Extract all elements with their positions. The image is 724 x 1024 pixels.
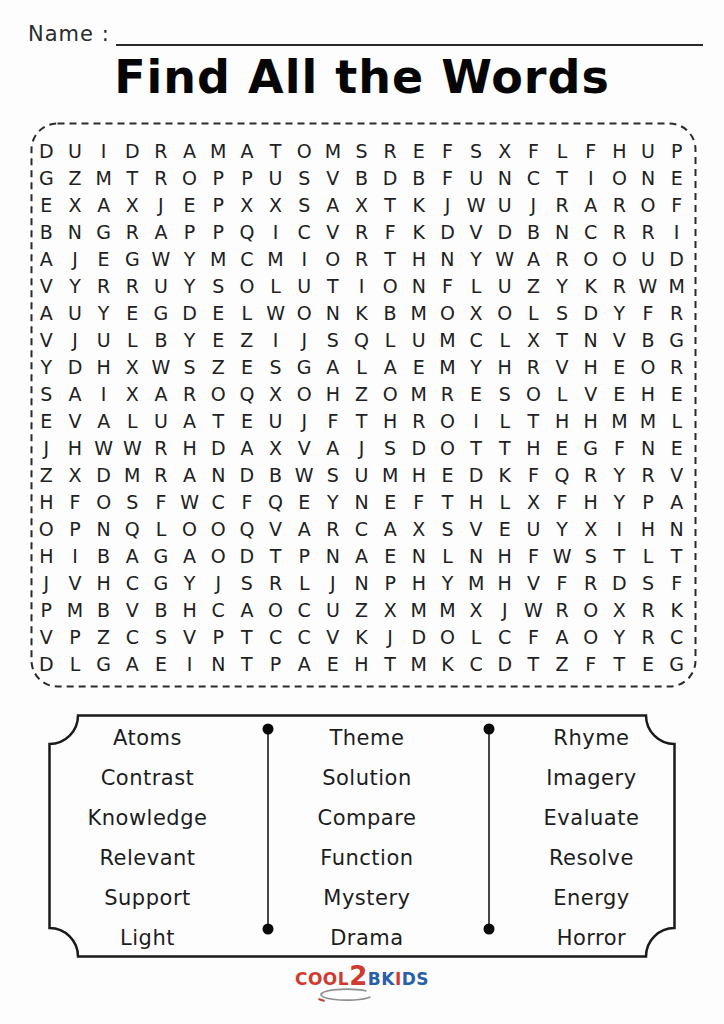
grid-cell-r17c16[interactable]: M — [462, 570, 491, 597]
grid-cell-r19c21[interactable]: Y — [605, 624, 634, 651]
grid-cell-r4c13[interactable]: F — [376, 219, 405, 246]
grid-cell-r14c13[interactable]: E — [376, 489, 405, 516]
grid-cell-r10c17[interactable]: S — [490, 381, 519, 408]
grid-cell-r2c19[interactable]: T — [548, 165, 577, 192]
grid-cell-r11c9[interactable]: U — [261, 408, 290, 435]
grid-cell-r17c2[interactable]: V — [61, 570, 90, 597]
grid-cell-r18c18[interactable]: W — [519, 597, 548, 624]
grid-cell-r7c3[interactable]: Y — [89, 300, 118, 327]
grid-cell-r17c3[interactable]: H — [89, 570, 118, 597]
grid-cell-r15c23[interactable]: N — [662, 516, 691, 543]
grid-cell-r18c3[interactable]: B — [89, 597, 118, 624]
grid-cell-r12c7[interactable]: D — [204, 435, 233, 462]
grid-cell-r9c20[interactable]: H — [576, 354, 605, 381]
grid-cell-r6c21[interactable]: R — [605, 273, 634, 300]
grid-cell-r3c15[interactable]: J — [433, 192, 462, 219]
grid-cell-r11c23[interactable]: L — [662, 408, 691, 435]
grid-cell-r18c16[interactable]: X — [462, 597, 491, 624]
grid-cell-r9c5[interactable]: W — [147, 354, 176, 381]
grid-cell-r13c13[interactable]: M — [376, 462, 405, 489]
grid-cell-r1c5[interactable]: R — [147, 138, 176, 165]
grid-cell-r5c10[interactable]: I — [290, 246, 319, 273]
grid-cell-r7c4[interactable]: E — [118, 300, 147, 327]
grid-cell-r10c8[interactable]: Q — [233, 381, 262, 408]
grid-cell-r14c3[interactable]: O — [89, 489, 118, 516]
grid-cell-r10c21[interactable]: E — [605, 381, 634, 408]
grid-cell-r18c9[interactable]: O — [261, 597, 290, 624]
grid-cell-r6c3[interactable]: R — [89, 273, 118, 300]
grid-cell-r15c2[interactable]: P — [61, 516, 90, 543]
grid-cell-r3c13[interactable]: T — [376, 192, 405, 219]
grid-cell-r7c14[interactable]: M — [404, 300, 433, 327]
grid-cell-r19c20[interactable]: O — [576, 624, 605, 651]
grid-cell-r16c13[interactable]: E — [376, 543, 405, 570]
grid-cell-r13c11[interactable]: S — [319, 462, 348, 489]
grid-cell-r17c12[interactable]: N — [347, 570, 376, 597]
grid-cell-r16c7[interactable]: O — [204, 543, 233, 570]
grid-cell-r12c8[interactable]: A — [233, 435, 262, 462]
grid-cell-r16c15[interactable]: L — [433, 543, 462, 570]
grid-cell-r5c2[interactable]: J — [61, 246, 90, 273]
grid-cell-r2c10[interactable]: S — [290, 165, 319, 192]
grid-cell-r20c2[interactable]: L — [61, 651, 90, 678]
grid-cell-r17c18[interactable]: V — [519, 570, 548, 597]
grid-cell-r5c4[interactable]: G — [118, 246, 147, 273]
grid-cell-r3c1[interactable]: E — [32, 192, 61, 219]
grid-cell-r10c7[interactable]: O — [204, 381, 233, 408]
grid-cell-r2c17[interactable]: N — [490, 165, 519, 192]
grid-cell-r8c17[interactable]: L — [490, 327, 519, 354]
grid-cell-r11c11[interactable]: F — [319, 408, 348, 435]
grid-cell-r12c6[interactable]: H — [175, 435, 204, 462]
grid-cell-r2c3[interactable]: M — [89, 165, 118, 192]
grid-cell-r3c11[interactable]: A — [319, 192, 348, 219]
grid-cell-r11c3[interactable]: A — [89, 408, 118, 435]
grid-cell-r1c1[interactable]: D — [32, 138, 61, 165]
grid-cell-r10c20[interactable]: V — [576, 381, 605, 408]
grid-cell-r13c16[interactable]: D — [462, 462, 491, 489]
grid-cell-r14c17[interactable]: L — [490, 489, 519, 516]
grid-cell-r11c19[interactable]: H — [548, 408, 577, 435]
grid-cell-r19c11[interactable]: V — [319, 624, 348, 651]
grid-cell-r2c23[interactable]: E — [662, 165, 691, 192]
grid-cell-r6c18[interactable]: Z — [519, 273, 548, 300]
grid-cell-r17c1[interactable]: J — [32, 570, 61, 597]
grid-cell-r6c23[interactable]: M — [662, 273, 691, 300]
grid-cell-r9c7[interactable]: Z — [204, 354, 233, 381]
grid-cell-r3c4[interactable]: X — [118, 192, 147, 219]
grid-cell-r17c9[interactable]: R — [261, 570, 290, 597]
grid-cell-r6c11[interactable]: T — [319, 273, 348, 300]
grid-cell-r6c6[interactable]: Y — [175, 273, 204, 300]
grid-cell-r9c6[interactable]: S — [175, 354, 204, 381]
grid-cell-r17c21[interactable]: D — [605, 570, 634, 597]
grid-cell-r15c12[interactable]: C — [347, 516, 376, 543]
grid-cell-r14c19[interactable]: F — [548, 489, 577, 516]
grid-cell-r3c12[interactable]: X — [347, 192, 376, 219]
grid-cell-r5c8[interactable]: C — [233, 246, 262, 273]
grid-cell-r19c6[interactable]: V — [175, 624, 204, 651]
grid-cell-r8c15[interactable]: M — [433, 327, 462, 354]
grid-cell-r15c11[interactable]: R — [319, 516, 348, 543]
grid-cell-r18c11[interactable]: U — [319, 597, 348, 624]
grid-cell-r2c8[interactable]: P — [233, 165, 262, 192]
grid-cell-r16c14[interactable]: N — [404, 543, 433, 570]
grid-cell-r10c23[interactable]: E — [662, 381, 691, 408]
grid-cell-r8c19[interactable]: T — [548, 327, 577, 354]
grid-cell-r7c16[interactable]: X — [462, 300, 491, 327]
grid-cell-r18c4[interactable]: V — [118, 597, 147, 624]
grid-cell-r9c2[interactable]: D — [61, 354, 90, 381]
grid-cell-r18c10[interactable]: C — [290, 597, 319, 624]
grid-cell-r7c15[interactable]: O — [433, 300, 462, 327]
grid-cell-r18c1[interactable]: P — [32, 597, 61, 624]
grid-cell-r11c6[interactable]: A — [175, 408, 204, 435]
grid-cell-r11c7[interactable]: T — [204, 408, 233, 435]
name-input-line[interactable] — [116, 18, 703, 46]
grid-cell-r8c14[interactable]: U — [404, 327, 433, 354]
grid-cell-r3c17[interactable]: U — [490, 192, 519, 219]
grid-cell-r19c14[interactable]: D — [404, 624, 433, 651]
grid-cell-r18c8[interactable]: A — [233, 597, 262, 624]
grid-cell-r12c4[interactable]: W — [118, 435, 147, 462]
grid-cell-r19c23[interactable]: C — [662, 624, 691, 651]
grid-cell-r14c6[interactable]: W — [175, 489, 204, 516]
grid-cell-r20c4[interactable]: A — [118, 651, 147, 678]
grid-cell-r13c19[interactable]: Q — [548, 462, 577, 489]
grid-cell-r9c3[interactable]: H — [89, 354, 118, 381]
grid-cell-r8c23[interactable]: G — [662, 327, 691, 354]
grid-cell-r9c18[interactable]: R — [519, 354, 548, 381]
grid-cell-r7c23[interactable]: R — [662, 300, 691, 327]
grid-cell-r15c16[interactable]: V — [462, 516, 491, 543]
grid-cell-r7c2[interactable]: U — [61, 300, 90, 327]
grid-cell-r2c5[interactable]: R — [147, 165, 176, 192]
grid-cell-r9c4[interactable]: X — [118, 354, 147, 381]
grid-cell-r16c6[interactable]: A — [175, 543, 204, 570]
grid-cell-r12c15[interactable]: O — [433, 435, 462, 462]
grid-cell-r4c19[interactable]: N — [548, 219, 577, 246]
grid-cell-r4c2[interactable]: N — [61, 219, 90, 246]
grid-cell-r12c12[interactable]: J — [347, 435, 376, 462]
grid-cell-r6c17[interactable]: U — [490, 273, 519, 300]
grid-cell-r20c11[interactable]: E — [319, 651, 348, 678]
grid-cell-r17c4[interactable]: C — [118, 570, 147, 597]
grid-cell-r15c5[interactable]: L — [147, 516, 176, 543]
grid-cell-r20c14[interactable]: M — [404, 651, 433, 678]
grid-cell-r11c2[interactable]: V — [61, 408, 90, 435]
grid-cell-r2c14[interactable]: B — [404, 165, 433, 192]
grid-cell-r5c12[interactable]: R — [347, 246, 376, 273]
grid-cell-r14c16[interactable]: H — [462, 489, 491, 516]
grid-cell-r19c17[interactable]: C — [490, 624, 519, 651]
grid-cell-r4c16[interactable]: V — [462, 219, 491, 246]
grid-cell-r13c14[interactable]: H — [404, 462, 433, 489]
grid-cell-r12c22[interactable]: N — [634, 435, 663, 462]
grid-cell-r4c15[interactable]: D — [433, 219, 462, 246]
grid-cell-r17c11[interactable]: J — [319, 570, 348, 597]
grid-cell-r8c21[interactable]: V — [605, 327, 634, 354]
grid-cell-r4c6[interactable]: P — [175, 219, 204, 246]
grid-cell-r16c12[interactable]: A — [347, 543, 376, 570]
grid-cell-r4c21[interactable]: R — [605, 219, 634, 246]
grid-cell-r1c7[interactable]: M — [204, 138, 233, 165]
grid-cell-r1c8[interactable]: A — [233, 138, 262, 165]
grid-cell-r14c12[interactable]: N — [347, 489, 376, 516]
grid-cell-r6c10[interactable]: U — [290, 273, 319, 300]
grid-cell-r20c6[interactable]: I — [175, 651, 204, 678]
grid-cell-r7c19[interactable]: S — [548, 300, 577, 327]
grid-cell-r15c1[interactable]: O — [32, 516, 61, 543]
grid-cell-r18c13[interactable]: X — [376, 597, 405, 624]
grid-cell-r7c12[interactable]: K — [347, 300, 376, 327]
grid-cell-r8c20[interactable]: N — [576, 327, 605, 354]
grid-cell-r17c13[interactable]: P — [376, 570, 405, 597]
grid-cell-r12c14[interactable]: D — [404, 435, 433, 462]
grid-cell-r13c12[interactable]: U — [347, 462, 376, 489]
grid-cell-r1c18[interactable]: F — [519, 138, 548, 165]
grid-cell-r8c7[interactable]: E — [204, 327, 233, 354]
grid-cell-r4c18[interactable]: B — [519, 219, 548, 246]
grid-cell-r12c9[interactable]: X — [261, 435, 290, 462]
grid-cell-r8c1[interactable]: V — [32, 327, 61, 354]
grid-cell-r1c6[interactable]: A — [175, 138, 204, 165]
grid-cell-r3c16[interactable]: W — [462, 192, 491, 219]
grid-cell-r7c11[interactable]: N — [319, 300, 348, 327]
grid-cell-r6c16[interactable]: L — [462, 273, 491, 300]
grid-cell-r13c17[interactable]: K — [490, 462, 519, 489]
grid-cell-r11c21[interactable]: M — [605, 408, 634, 435]
grid-cell-r14c2[interactable]: F — [61, 489, 90, 516]
grid-cell-r17c14[interactable]: H — [404, 570, 433, 597]
grid-cell-r17c17[interactable]: H — [490, 570, 519, 597]
grid-cell-r1c11[interactable]: M — [319, 138, 348, 165]
grid-cell-r19c13[interactable]: J — [376, 624, 405, 651]
grid-cell-r3c18[interactable]: J — [519, 192, 548, 219]
grid-cell-r1c10[interactable]: O — [290, 138, 319, 165]
grid-cell-r12c19[interactable]: E — [548, 435, 577, 462]
grid-cell-r13c3[interactable]: D — [89, 462, 118, 489]
grid-cell-r9c14[interactable]: E — [404, 354, 433, 381]
grid-cell-r14c10[interactable]: E — [290, 489, 319, 516]
grid-cell-r19c12[interactable]: K — [347, 624, 376, 651]
grid-cell-r20c5[interactable]: E — [147, 651, 176, 678]
grid-cell-r5c5[interactable]: W — [147, 246, 176, 273]
grid-cell-r11c12[interactable]: T — [347, 408, 376, 435]
grid-cell-r7c9[interactable]: W — [261, 300, 290, 327]
grid-cell-r17c7[interactable]: J — [204, 570, 233, 597]
grid-cell-r1c4[interactable]: D — [118, 138, 147, 165]
grid-cell-r8c11[interactable]: S — [319, 327, 348, 354]
grid-cell-r15c9[interactable]: V — [261, 516, 290, 543]
grid-cell-r14c5[interactable]: F — [147, 489, 176, 516]
grid-cell-r3c7[interactable]: P — [204, 192, 233, 219]
grid-cell-r16c10[interactable]: P — [290, 543, 319, 570]
grid-cell-r7c17[interactable]: O — [490, 300, 519, 327]
grid-cell-r18c2[interactable]: M — [61, 597, 90, 624]
grid-cell-r13c10[interactable]: W — [290, 462, 319, 489]
grid-cell-r20c20[interactable]: F — [576, 651, 605, 678]
grid-cell-r6c1[interactable]: V — [32, 273, 61, 300]
grid-cell-r16c9[interactable]: T — [261, 543, 290, 570]
grid-cell-r4c20[interactable]: C — [576, 219, 605, 246]
grid-cell-r11c15[interactable]: O — [433, 408, 462, 435]
grid-cell-r1c16[interactable]: S — [462, 138, 491, 165]
grid-cell-r8c9[interactable]: I — [261, 327, 290, 354]
grid-cell-r2c16[interactable]: U — [462, 165, 491, 192]
grid-cell-r12c13[interactable]: S — [376, 435, 405, 462]
grid-cell-r19c19[interactable]: A — [548, 624, 577, 651]
grid-cell-r19c9[interactable]: C — [261, 624, 290, 651]
grid-cell-r3c22[interactable]: O — [634, 192, 663, 219]
grid-cell-r13c18[interactable]: F — [519, 462, 548, 489]
grid-cell-r18c7[interactable]: C — [204, 597, 233, 624]
grid-cell-r3c3[interactable]: A — [89, 192, 118, 219]
grid-cell-r15c18[interactable]: U — [519, 516, 548, 543]
grid-cell-r19c3[interactable]: Z — [89, 624, 118, 651]
grid-cell-r12c5[interactable]: R — [147, 435, 176, 462]
grid-cell-r18c19[interactable]: R — [548, 597, 577, 624]
grid-cell-r1c21[interactable]: H — [605, 138, 634, 165]
grid-cell-r10c10[interactable]: O — [290, 381, 319, 408]
grid-cell-r9c16[interactable]: Y — [462, 354, 491, 381]
grid-cell-r5c1[interactable]: A — [32, 246, 61, 273]
grid-cell-r2c15[interactable]: F — [433, 165, 462, 192]
grid-cell-r15c21[interactable]: I — [605, 516, 634, 543]
grid-cell-r6c5[interactable]: U — [147, 273, 176, 300]
grid-cell-r20c1[interactable]: D — [32, 651, 61, 678]
grid-cell-r17c8[interactable]: S — [233, 570, 262, 597]
grid-cell-r19c7[interactable]: P — [204, 624, 233, 651]
grid-cell-r1c23[interactable]: P — [662, 138, 691, 165]
grid-cell-r8c5[interactable]: B — [147, 327, 176, 354]
grid-cell-r13c1[interactable]: Z — [32, 462, 61, 489]
grid-cell-r10c12[interactable]: Z — [347, 381, 376, 408]
grid-cell-r9c11[interactable]: A — [319, 354, 348, 381]
grid-cell-r12c3[interactable]: W — [89, 435, 118, 462]
grid-cell-r19c4[interactable]: C — [118, 624, 147, 651]
grid-cell-r15c4[interactable]: Q — [118, 516, 147, 543]
grid-cell-r11c16[interactable]: I — [462, 408, 491, 435]
grid-cell-r7c20[interactable]: D — [576, 300, 605, 327]
grid-cell-r14c23[interactable]: A — [662, 489, 691, 516]
grid-cell-r5c17[interactable]: W — [490, 246, 519, 273]
grid-cell-r11c5[interactable]: U — [147, 408, 176, 435]
grid-cell-r20c13[interactable]: T — [376, 651, 405, 678]
grid-cell-r2c9[interactable]: U — [261, 165, 290, 192]
grid-cell-r17c5[interactable]: G — [147, 570, 176, 597]
grid-cell-r6c22[interactable]: W — [634, 273, 663, 300]
grid-cell-r17c6[interactable]: Y — [175, 570, 204, 597]
grid-cell-r14c11[interactable]: Y — [319, 489, 348, 516]
grid-cell-r2c6[interactable]: O — [175, 165, 204, 192]
grid-cell-r10c18[interactable]: O — [519, 381, 548, 408]
grid-cell-r19c2[interactable]: P — [61, 624, 90, 651]
grid-cell-r9c22[interactable]: O — [634, 354, 663, 381]
grid-cell-r4c3[interactable]: G — [89, 219, 118, 246]
grid-cell-r20c16[interactable]: C — [462, 651, 491, 678]
grid-cell-r15c20[interactable]: X — [576, 516, 605, 543]
grid-cell-r11c1[interactable]: E — [32, 408, 61, 435]
grid-cell-r6c12[interactable]: I — [347, 273, 376, 300]
grid-cell-r5c11[interactable]: O — [319, 246, 348, 273]
grid-cell-r16c1[interactable]: H — [32, 543, 61, 570]
grid-cell-r2c7[interactable]: P — [204, 165, 233, 192]
grid-cell-r10c2[interactable]: A — [61, 381, 90, 408]
grid-cell-r3c14[interactable]: K — [404, 192, 433, 219]
grid-cell-r10c6[interactable]: R — [175, 381, 204, 408]
grid-cell-r10c14[interactable]: M — [404, 381, 433, 408]
grid-cell-r3c10[interactable]: S — [290, 192, 319, 219]
grid-cell-r15c7[interactable]: O — [204, 516, 233, 543]
grid-cell-r20c15[interactable]: K — [433, 651, 462, 678]
grid-cell-r17c15[interactable]: Y — [433, 570, 462, 597]
grid-cell-r20c7[interactable]: N — [204, 651, 233, 678]
grid-cell-r1c14[interactable]: E — [404, 138, 433, 165]
grid-cell-r10c13[interactable]: O — [376, 381, 405, 408]
grid-cell-r13c8[interactable]: D — [233, 462, 262, 489]
grid-cell-r6c14[interactable]: N — [404, 273, 433, 300]
grid-cell-r16c17[interactable]: H — [490, 543, 519, 570]
grid-cell-r20c3[interactable]: G — [89, 651, 118, 678]
grid-cell-r3c19[interactable]: R — [548, 192, 577, 219]
grid-cell-r4c17[interactable]: D — [490, 219, 519, 246]
grid-cell-r13c5[interactable]: R — [147, 462, 176, 489]
grid-cell-r16c19[interactable]: W — [548, 543, 577, 570]
grid-cell-r1c3[interactable]: I — [89, 138, 118, 165]
grid-cell-r16c20[interactable]: S — [576, 543, 605, 570]
grid-cell-r2c4[interactable]: T — [118, 165, 147, 192]
grid-cell-r8c6[interactable]: Y — [175, 327, 204, 354]
grid-cell-r17c22[interactable]: S — [634, 570, 663, 597]
grid-cell-r15c3[interactable]: N — [89, 516, 118, 543]
grid-cell-r8c13[interactable]: L — [376, 327, 405, 354]
grid-cell-r6c7[interactable]: S — [204, 273, 233, 300]
grid-cell-r5c18[interactable]: A — [519, 246, 548, 273]
grid-cell-r13c23[interactable]: V — [662, 462, 691, 489]
grid-cell-r11c20[interactable]: H — [576, 408, 605, 435]
grid-cell-r5c20[interactable]: O — [576, 246, 605, 273]
grid-cell-r2c18[interactable]: C — [519, 165, 548, 192]
grid-cell-r5c13[interactable]: T — [376, 246, 405, 273]
grid-cell-r7c18[interactable]: L — [519, 300, 548, 327]
grid-cell-r8c2[interactable]: J — [61, 327, 90, 354]
grid-cell-r10c1[interactable]: S — [32, 381, 61, 408]
grid-cell-r2c12[interactable]: B — [347, 165, 376, 192]
grid-cell-r15c14[interactable]: X — [404, 516, 433, 543]
grid-cell-r8c22[interactable]: B — [634, 327, 663, 354]
grid-cell-r3c5[interactable]: J — [147, 192, 176, 219]
grid-cell-r14c22[interactable]: P — [634, 489, 663, 516]
grid-cell-r15c15[interactable]: S — [433, 516, 462, 543]
grid-cell-r2c11[interactable]: V — [319, 165, 348, 192]
grid-cell-r2c22[interactable]: N — [634, 165, 663, 192]
grid-cell-r20c9[interactable]: P — [261, 651, 290, 678]
grid-cell-r4c11[interactable]: V — [319, 219, 348, 246]
grid-cell-r16c8[interactable]: D — [233, 543, 262, 570]
grid-cell-r15c8[interactable]: Q — [233, 516, 262, 543]
grid-cell-r13c2[interactable]: X — [61, 462, 90, 489]
grid-cell-r15c6[interactable]: O — [175, 516, 204, 543]
grid-cell-r11c10[interactable]: J — [290, 408, 319, 435]
grid-cell-r5c16[interactable]: Y — [462, 246, 491, 273]
grid-cell-r20c8[interactable]: T — [233, 651, 262, 678]
grid-cell-r7c5[interactable]: G — [147, 300, 176, 327]
grid-cell-r18c22[interactable]: R — [634, 597, 663, 624]
grid-cell-r20c21[interactable]: T — [605, 651, 634, 678]
grid-cell-r16c2[interactable]: I — [61, 543, 90, 570]
grid-cell-r20c10[interactable]: A — [290, 651, 319, 678]
